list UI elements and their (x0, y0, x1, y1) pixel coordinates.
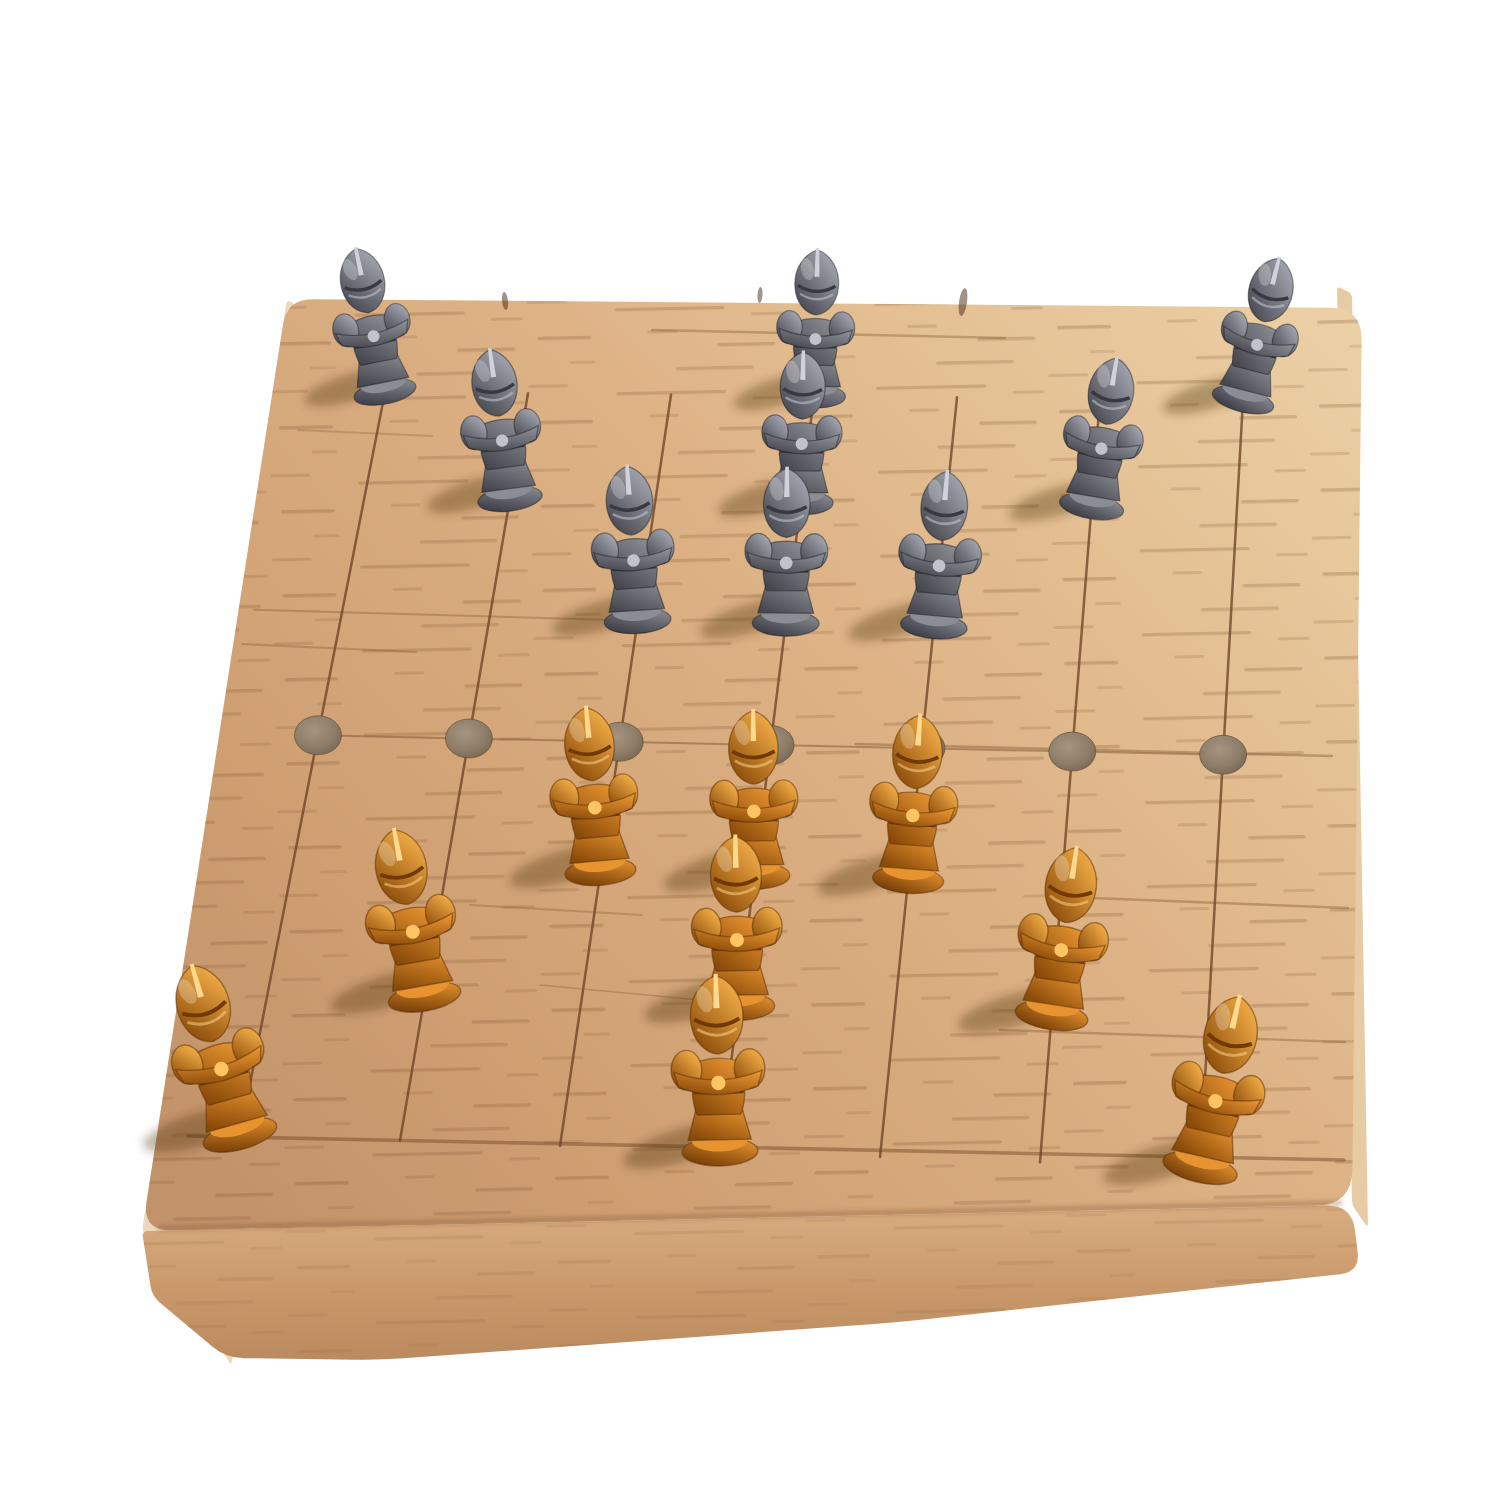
board-front-grain (143, 1206, 1358, 1360)
wood-knot (757, 287, 763, 303)
board-hole[interactable] (445, 719, 492, 758)
board-hole[interactable] (1049, 732, 1096, 771)
knight-hi (780, 557, 793, 570)
knight-gloss (1259, 263, 1272, 286)
knight-hi (747, 805, 761, 819)
board-hole[interactable] (295, 716, 342, 755)
photo-background (0, 0, 1512, 1512)
board-hole[interactable] (1200, 735, 1247, 774)
game-board-photo (0, 0, 1512, 1512)
